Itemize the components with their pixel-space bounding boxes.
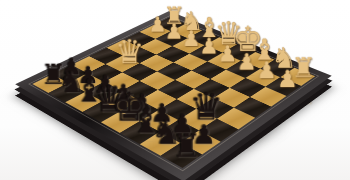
- chess-board: ♜♜♞♞♝♝♛♛♚♚♝♝♞♞♜♜♟♟♟♟♟♟♟♟♟♟♟♟♟♟♟♟♛♛♛♛♟♟♟♟…: [15, 11, 332, 180]
- chess-set-product-photo: ♜♜♞♞♝♝♛♛♚♚♝♝♞♞♜♜♟♟♟♟♟♟♟♟♟♟♟♟♟♟♟♟♛♛♛♛♟♟♟♟…: [0, 0, 350, 180]
- board-squares: ♜♜♞♞♝♝♛♛♚♚♝♝♞♞♜♜♟♟♟♟♟♟♟♟♟♟♟♟♟♟♟♟♛♛♛♛♟♟♟♟…: [32, 17, 315, 168]
- board-frame: ♜♜♞♞♝♝♛♛♚♚♝♝♞♞♜♜♟♟♟♟♟♟♟♟♟♟♟♟♟♟♟♟♛♛♛♛♟♟♟♟…: [15, 11, 332, 180]
- scene: ♜♜♞♞♝♝♛♛♚♚♝♝♞♞♜♜♟♟♟♟♟♟♟♟♟♟♟♟♟♟♟♟♛♛♛♛♟♟♟♟…: [0, 0, 350, 180]
